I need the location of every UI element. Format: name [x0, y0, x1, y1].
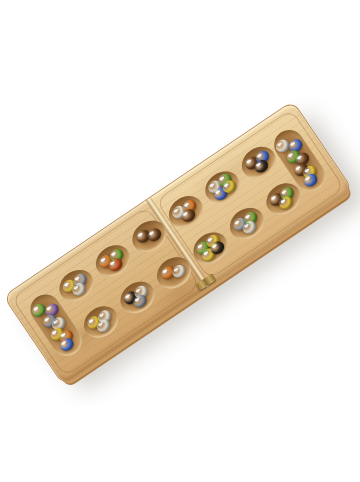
product-photo-scene: [0, 0, 360, 482]
marble-white: [170, 262, 188, 280]
mancala-board: [4, 102, 352, 384]
marble-brown: [145, 226, 163, 244]
